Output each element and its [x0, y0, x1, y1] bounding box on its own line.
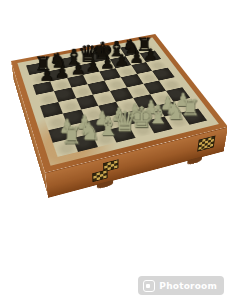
brass-latch-icon — [92, 159, 119, 182]
box-foot-left — [97, 180, 113, 190]
black-pawn-g7: ♟ — [129, 50, 143, 66]
brass-latch-plate-bottom — [92, 169, 108, 182]
black-pawn-f7: ♟ — [115, 52, 129, 68]
piece-cell: ♜ — [58, 134, 81, 151]
black-pawn-d7: ♟ — [85, 58, 100, 74]
white-rook-a1: ♜ — [61, 124, 83, 148]
brass-inlay-icon — [197, 135, 215, 151]
black-pawn-b7: ♟ — [55, 64, 70, 81]
watermark-label: Photoroom — [159, 281, 217, 291]
pieces-layer: ♜♞♝♛♚♝♞♜♟♟♟♟♟♟♟♟♟♟♟♟♟♟♟♟♜♞♝♛♚♝♞♜ — [33, 46, 199, 151]
black-pawn-a7: ♟ — [40, 67, 55, 84]
photoroom-watermark: Photoroom — [138, 276, 224, 295]
wooden-chess-box: ♜♞♝♛♚♝♞♜♟♟♟♟♟♟♟♟♟♟♟♟♟♟♟♟♜♞♝♛♚♝♞♜ — [11, 34, 227, 173]
box-foot-right — [187, 156, 202, 165]
black-pawn-e7: ♟ — [100, 55, 114, 71]
black-pawn-c7: ♟ — [70, 61, 85, 77]
chess-set-photo: ♜♞♝♛♚♝♞♜♟♟♟♟♟♟♟♟♟♟♟♟♟♟♟♟♜♞♝♛♚♝♞♜ — [0, 0, 227, 299]
piece-cell: ♟ — [36, 73, 55, 85]
photoroom-logo-icon — [143, 280, 155, 292]
black-pawn-h7: ♟ — [143, 47, 157, 63]
